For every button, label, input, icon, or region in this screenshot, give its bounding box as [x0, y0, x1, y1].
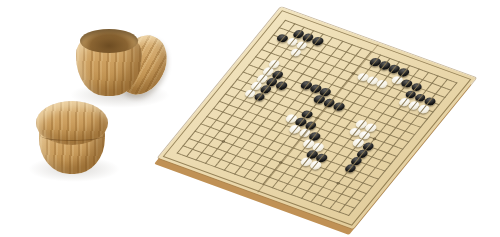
star-point — [221, 140, 226, 143]
product-photo-scene — [0, 0, 500, 237]
star-point — [372, 137, 377, 140]
go-board — [158, 7, 476, 229]
go-bowl-open-rim — [80, 29, 138, 53]
star-point — [336, 182, 341, 185]
go-bowl-lid-seam — [40, 130, 104, 141]
